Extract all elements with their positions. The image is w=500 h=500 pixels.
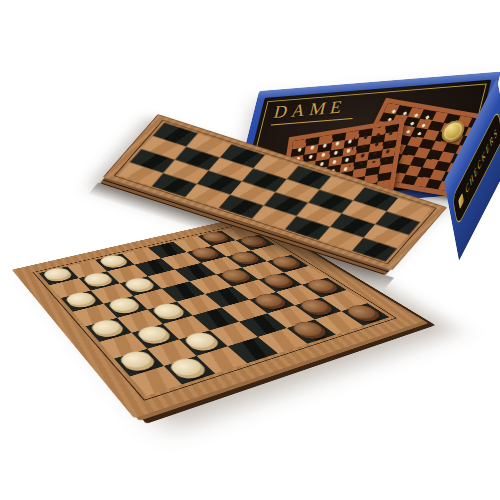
box-side-logo — [458, 192, 464, 209]
box-title: DAME — [271, 96, 358, 126]
product-photo-scene: DAME CHECKERS — [0, 0, 500, 500]
box-side-label: CHECKERS — [465, 124, 499, 196]
